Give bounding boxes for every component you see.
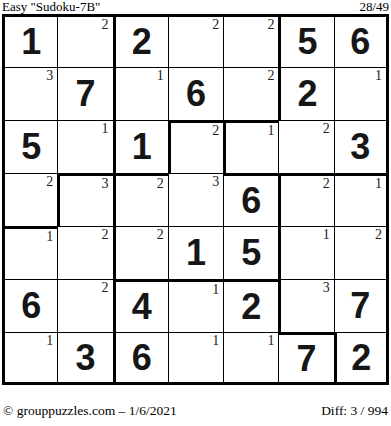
hint-digit: 2 <box>46 175 53 189</box>
given-digit: 5 <box>21 129 41 165</box>
grid-cell: 2 <box>278 173 333 226</box>
grid-cell: 1 <box>2 226 57 279</box>
given-digit: 6 <box>350 24 370 60</box>
given-digit: 6 <box>132 340 152 376</box>
given-digit: 2 <box>241 289 261 325</box>
grid-cell: 2 <box>57 14 112 67</box>
grid-cell: 2 <box>168 14 223 67</box>
hint-digit: 2 <box>157 228 164 242</box>
hint-digit: 3 <box>323 281 330 295</box>
hint-digit: 1 <box>157 69 164 83</box>
hint-digit: 2 <box>323 177 330 191</box>
grid-cell: 2 <box>278 120 333 173</box>
grid-cell: 7 <box>57 67 112 120</box>
grid-cell: 1 <box>334 173 389 226</box>
grid-cell: 2 <box>334 226 389 279</box>
hint-digit: 3 <box>102 177 109 191</box>
given-digit: 7 <box>297 341 317 377</box>
puzzle-title: Easy "Sudoku-7B" <box>2 0 100 13</box>
hint-digit: 3 <box>212 175 219 189</box>
grid-cell: 1 <box>113 120 168 173</box>
grid-cell: 2 <box>2 173 57 226</box>
grid-cell: 3 <box>57 332 112 385</box>
hint-digit: 1 <box>267 334 274 348</box>
hint-digit: 1 <box>46 334 53 348</box>
grid-cell: 6 <box>113 332 168 385</box>
given-digit: 7 <box>350 288 370 324</box>
given-digit: 2 <box>351 340 371 376</box>
header: Easy "Sudoku-7B" 28/49 <box>2 0 389 13</box>
grid-cell: 2 <box>223 14 278 67</box>
grid-cell: 1 <box>334 67 389 120</box>
hint-digit: 2 <box>375 228 382 242</box>
grid-cell: 1 <box>2 332 57 385</box>
grid-cell: 2 <box>168 120 223 173</box>
hint-digit: 2 <box>267 69 274 83</box>
given-digit: 2 <box>298 76 318 112</box>
given-digit: 3 <box>350 129 370 165</box>
grid-cell: 1 <box>223 332 278 385</box>
hint-digit: 1 <box>375 69 382 83</box>
hint-digit: 3 <box>46 69 53 83</box>
hint-digit: 2 <box>323 122 330 136</box>
grid-cell: 6 <box>334 14 389 67</box>
grid-cell: 4 <box>113 279 168 332</box>
given-digit: 1 <box>186 235 206 271</box>
grid-cell: 3 <box>168 173 223 226</box>
difficulty-text: Diff: 3 / 994 <box>321 403 388 419</box>
given-digit: 2 <box>132 24 152 60</box>
hint-digit: 2 <box>212 18 219 32</box>
grid-cell: 5 <box>2 120 57 173</box>
grid-cell: 7 <box>278 332 333 385</box>
given-digit: 7 <box>75 76 95 112</box>
grid-cell: 6 <box>168 67 223 120</box>
hint-digit: 2 <box>102 18 109 32</box>
given-digit: 1 <box>132 129 152 165</box>
hint-digit: 2 <box>267 18 274 32</box>
hint-digit: 1 <box>212 334 219 348</box>
grid-cell: 3 <box>334 120 389 173</box>
grid-cell: 1 <box>278 226 333 279</box>
grid-cell: 5 <box>223 226 278 279</box>
hint-digit: 1 <box>212 283 219 297</box>
grid-cell: 1 <box>168 279 223 332</box>
grid-cell: 6 <box>2 279 57 332</box>
grid-cell: 1 <box>57 120 112 173</box>
grid-cell: 6 <box>223 173 278 226</box>
grid-cell: 2 <box>223 279 278 332</box>
given-digit: 5 <box>241 235 261 271</box>
footer: © grouppuzzles.com – 1/6/2021 Diff: 3 / … <box>3 403 388 419</box>
copyright-text: © grouppuzzles.com – 1/6/2021 <box>3 403 177 419</box>
grid-cell: 2 <box>113 226 168 279</box>
grid-cell: 1 <box>168 226 223 279</box>
grid-cell: 1 <box>168 332 223 385</box>
hint-digit: 2 <box>102 228 109 242</box>
grid-cell: 3 <box>2 67 57 120</box>
grid-cell: 3 <box>278 279 333 332</box>
grid-cell: 1 <box>223 120 278 173</box>
sudoku-grid: 1222256371622151121232323621122151262412… <box>2 14 389 385</box>
hint-digit: 1 <box>323 228 330 242</box>
hint-digit: 1 <box>102 122 109 136</box>
given-digit: 1 <box>21 24 41 60</box>
given-digit: 5 <box>298 24 318 60</box>
grid-cell: 7 <box>334 279 389 332</box>
given-digit: 6 <box>186 76 206 112</box>
grid-cell: 2 <box>278 67 333 120</box>
given-digit: 6 <box>21 288 41 324</box>
grid-cell: 1 <box>113 67 168 120</box>
grid-cell: 5 <box>278 14 333 67</box>
hint-digit: 2 <box>157 177 164 191</box>
given-digit: 3 <box>75 340 95 376</box>
grid-cell: 2 <box>57 279 112 332</box>
grid-cell: 2 <box>223 67 278 120</box>
given-digit: 4 <box>132 289 152 325</box>
hint-digit: 1 <box>46 230 53 244</box>
hint-digit: 1 <box>267 124 274 138</box>
grid-cell: 2 <box>113 14 168 67</box>
given-digit: 6 <box>241 183 261 219</box>
grid-cell: 1 <box>2 14 57 67</box>
hint-digit: 2 <box>102 281 109 295</box>
grid-cell: 2 <box>334 332 389 385</box>
grid-cell: 2 <box>57 226 112 279</box>
hint-digit: 2 <box>212 124 219 138</box>
remaining-counter: 28/49 <box>359 0 389 13</box>
hint-digit: 1 <box>375 177 382 191</box>
grid-cell: 2 <box>113 173 168 226</box>
grid-cell: 3 <box>57 173 112 226</box>
